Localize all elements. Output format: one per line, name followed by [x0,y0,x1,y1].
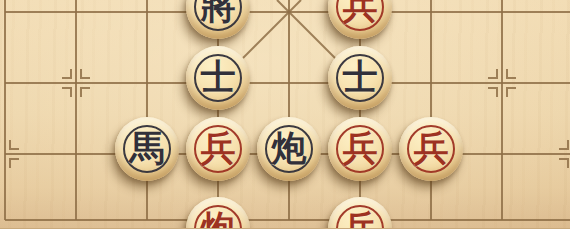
point-f4[interactable]: 兵 [325,190,396,229]
point-i3[interactable] [538,119,570,190]
point-b4[interactable] [41,190,112,229]
piece-red-soldier-f3[interactable]: 兵 [328,117,392,181]
piece-glyph: 兵 [399,131,463,166]
piece-black-advisor-d2[interactable]: 士 [186,46,250,110]
point-i4[interactable] [538,190,570,229]
point-c2[interactable] [112,48,183,119]
point-f1[interactable]: 兵 [325,0,396,48]
piece-glyph: 炮 [257,131,321,166]
piece-glyph: 炮 [186,211,250,228]
point-a1[interactable] [0,0,41,48]
point-e1[interactable] [254,0,325,48]
piece-red-cannon-d4[interactable]: 炮 [186,197,250,228]
point-i2[interactable] [538,48,570,119]
point-h3[interactable] [467,119,538,190]
point-f2[interactable]: 士 [325,48,396,119]
piece-red-soldier-g3[interactable]: 兵 [399,117,463,181]
point-b3[interactable] [41,119,112,190]
piece-glyph: 士 [328,60,392,95]
piece-glyph: 馬 [115,131,179,166]
piece-red-soldier-d3[interactable]: 兵 [186,117,250,181]
point-e4[interactable] [254,190,325,229]
point-b1[interactable] [41,0,112,48]
point-h4[interactable] [467,190,538,229]
piece-black-general-d1[interactable]: 將 [186,0,250,39]
point-g2[interactable] [396,48,467,119]
piece-glyph: 將 [186,0,250,24]
piece-glyph: 兵 [186,131,250,166]
piece-black-advisor-f2[interactable]: 士 [328,46,392,110]
piece-black-cannon-e3[interactable]: 炮 [257,117,321,181]
point-d4[interactable]: 炮 [183,190,254,229]
point-i1[interactable] [538,0,570,48]
board-points: 將兵士士馬兵炮兵兵炮兵 [0,0,570,228]
point-d1[interactable]: 將 [183,0,254,48]
point-a4[interactable] [0,190,41,229]
piece-black-horse-c3[interactable]: 馬 [115,117,179,181]
point-b2[interactable] [41,48,112,119]
point-d3[interactable]: 兵 [183,119,254,190]
point-g4[interactable] [396,190,467,229]
point-g1[interactable] [396,0,467,48]
piece-glyph: 兵 [328,0,392,24]
point-h1[interactable] [467,0,538,48]
point-c3[interactable]: 馬 [112,119,183,190]
point-d2[interactable]: 士 [183,48,254,119]
piece-glyph: 兵 [328,211,392,228]
point-a2[interactable] [0,48,41,119]
piece-glyph: 士 [186,60,250,95]
piece-red-soldier-f1[interactable]: 兵 [328,0,392,39]
xiangqi-board: 將兵士士馬兵炮兵兵炮兵 [0,0,570,228]
point-g3[interactable]: 兵 [396,119,467,190]
point-e2[interactable] [254,48,325,119]
point-f3[interactable]: 兵 [325,119,396,190]
point-a3[interactable] [0,119,41,190]
piece-glyph: 兵 [328,131,392,166]
piece-red-soldier-f4[interactable]: 兵 [328,197,392,228]
point-h2[interactable] [467,48,538,119]
point-c1[interactable] [112,0,183,48]
point-e3[interactable]: 炮 [254,119,325,190]
point-c4[interactable] [112,190,183,229]
